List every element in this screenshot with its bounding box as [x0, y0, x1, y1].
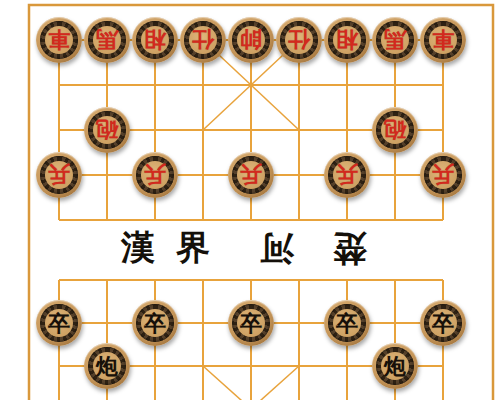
piece-black-cannon[interactable]: 炮 [372, 343, 418, 389]
piece-character: 仕 [288, 29, 310, 51]
piece-character: 兵 [432, 164, 454, 186]
piece-red-horse[interactable]: 馬 [372, 17, 418, 63]
piece-character: 相 [336, 29, 358, 51]
piece-red-general[interactable]: 帥 [228, 17, 274, 63]
piece-red-cannon[interactable]: 砲 [372, 107, 418, 153]
piece-red-elephant[interactable]: 相 [324, 17, 370, 63]
piece-face: 仕 [189, 26, 217, 54]
piece-face: 兵 [141, 161, 169, 189]
piece-character: 兵 [48, 164, 70, 186]
piece-red-soldier[interactable]: 兵 [228, 152, 274, 198]
piece-face: 帥 [237, 26, 265, 54]
piece-character: 相 [144, 29, 166, 51]
piece-face: 相 [141, 26, 169, 54]
piece-face: 炮 [93, 352, 121, 380]
piece-character: 卒 [336, 312, 358, 334]
piece-character: 卒 [48, 312, 70, 334]
piece-black-soldier[interactable]: 卒 [324, 300, 370, 346]
river-char-han-jie: 漢 [116, 226, 160, 270]
piece-face: 相 [333, 26, 361, 54]
river-char-chu-he: 楚 [328, 226, 372, 270]
piece-character: 炮 [384, 355, 406, 377]
piece-character: 卒 [240, 312, 262, 334]
piece-red-soldier[interactable]: 兵 [420, 152, 466, 198]
piece-red-elephant[interactable]: 相 [132, 17, 178, 63]
piece-red-chariot[interactable]: 車 [36, 17, 82, 63]
piece-face: 兵 [45, 161, 73, 189]
piece-face: 兵 [333, 161, 361, 189]
piece-character: 砲 [96, 119, 118, 141]
piece-face: 砲 [93, 116, 121, 144]
piece-face: 車 [45, 26, 73, 54]
piece-face: 卒 [333, 309, 361, 337]
piece-character: 馬 [96, 29, 118, 51]
piece-face: 砲 [381, 116, 409, 144]
piece-face: 卒 [237, 309, 265, 337]
river-char-chu-he: 河 [255, 226, 299, 270]
piece-character: 砲 [384, 119, 406, 141]
piece-red-advisor[interactable]: 仕 [276, 17, 322, 63]
piece-character: 兵 [336, 164, 358, 186]
piece-red-soldier[interactable]: 兵 [132, 152, 178, 198]
piece-black-soldier[interactable]: 卒 [420, 300, 466, 346]
piece-face: 馬 [93, 26, 121, 54]
piece-character: 帥 [240, 29, 262, 51]
piece-character: 兵 [144, 164, 166, 186]
piece-red-chariot[interactable]: 車 [420, 17, 466, 63]
piece-black-soldier[interactable]: 卒 [228, 300, 274, 346]
piece-character: 車 [48, 29, 70, 51]
river-char-han-jie: 界 [171, 226, 215, 270]
piece-red-soldier[interactable]: 兵 [36, 152, 82, 198]
piece-face: 炮 [381, 352, 409, 380]
piece-red-soldier[interactable]: 兵 [324, 152, 370, 198]
piece-character: 卒 [432, 312, 454, 334]
piece-red-cannon[interactable]: 砲 [84, 107, 130, 153]
piece-face: 兵 [237, 161, 265, 189]
piece-face: 卒 [141, 309, 169, 337]
piece-character: 兵 [240, 164, 262, 186]
piece-red-horse[interactable]: 馬 [84, 17, 130, 63]
piece-character: 車 [432, 29, 454, 51]
piece-face: 卒 [45, 309, 73, 337]
piece-face: 馬 [381, 26, 409, 54]
xiangqi-board: 漢界河楚 車馬相仕帥仕相馬車砲砲兵兵兵兵兵卒卒卒卒卒炮炮 [0, 0, 500, 400]
piece-black-soldier[interactable]: 卒 [132, 300, 178, 346]
piece-face: 仕 [285, 26, 313, 54]
piece-black-cannon[interactable]: 炮 [84, 343, 130, 389]
piece-character: 仕 [192, 29, 214, 51]
piece-black-soldier[interactable]: 卒 [36, 300, 82, 346]
piece-face: 卒 [429, 309, 457, 337]
piece-character: 卒 [144, 312, 166, 334]
piece-red-advisor[interactable]: 仕 [180, 17, 226, 63]
piece-character: 馬 [384, 29, 406, 51]
piece-face: 兵 [429, 161, 457, 189]
piece-face: 車 [429, 26, 457, 54]
piece-character: 炮 [96, 355, 118, 377]
